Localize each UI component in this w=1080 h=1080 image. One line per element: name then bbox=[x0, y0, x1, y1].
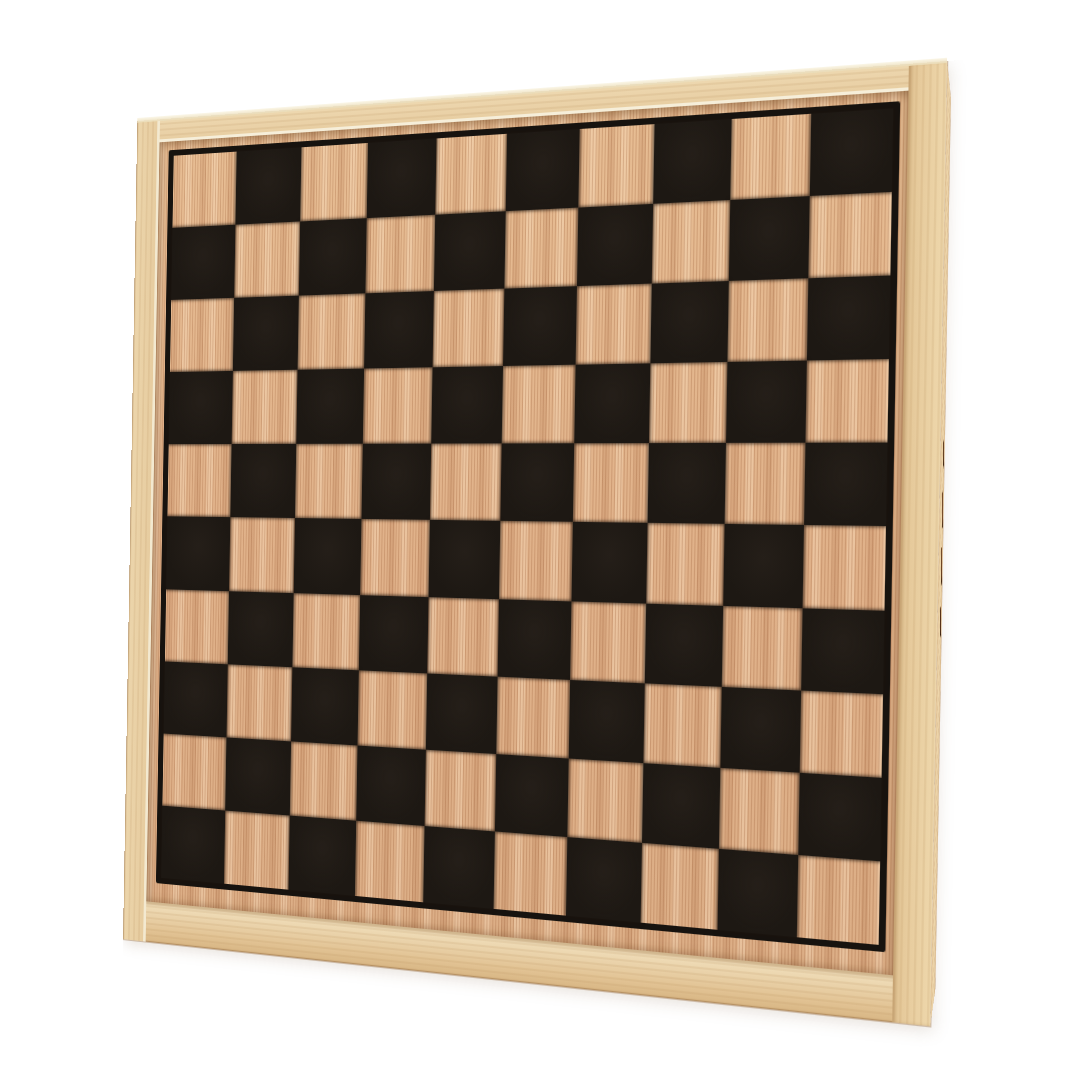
board-square[interactable] bbox=[360, 519, 430, 596]
board-square[interactable] bbox=[807, 276, 890, 361]
board-square[interactable] bbox=[722, 605, 803, 690]
board-square[interactable] bbox=[577, 204, 653, 286]
board-square[interactable] bbox=[810, 108, 893, 196]
board-square[interactable] bbox=[288, 815, 356, 895]
board-square[interactable] bbox=[356, 745, 426, 826]
board-square[interactable] bbox=[499, 521, 573, 601]
board-square[interactable] bbox=[650, 281, 728, 363]
board-square[interactable] bbox=[165, 589, 229, 664]
board-square[interactable] bbox=[571, 522, 647, 603]
board-square[interactable] bbox=[367, 138, 437, 218]
wooden-tray-board bbox=[179, 97, 951, 991]
handle-cutout bbox=[939, 418, 944, 671]
product-photo-scene bbox=[0, 0, 1080, 1080]
board-square[interactable] bbox=[718, 849, 799, 937]
board-square[interactable] bbox=[298, 294, 366, 371]
board-square[interactable] bbox=[496, 676, 570, 758]
board-square[interactable] bbox=[235, 147, 301, 224]
board-square[interactable] bbox=[228, 591, 294, 667]
board-square[interactable] bbox=[578, 124, 654, 208]
board-square[interactable] bbox=[504, 208, 578, 289]
board-square[interactable] bbox=[566, 837, 642, 923]
board-square[interactable] bbox=[161, 806, 225, 884]
checkerboard-grid bbox=[161, 108, 893, 945]
board-square[interactable] bbox=[365, 215, 435, 294]
painted-border bbox=[156, 101, 900, 952]
board-square[interactable] bbox=[723, 524, 804, 607]
board-square[interactable] bbox=[226, 664, 292, 741]
board-square[interactable] bbox=[162, 733, 226, 810]
board-square[interactable] bbox=[725, 443, 806, 525]
board-square[interactable] bbox=[719, 768, 800, 855]
board-square[interactable] bbox=[495, 754, 569, 837]
board-square[interactable] bbox=[358, 670, 428, 750]
board-square[interactable] bbox=[300, 143, 368, 222]
board-square[interactable] bbox=[232, 370, 298, 444]
board-square[interactable] bbox=[423, 826, 495, 909]
board-square[interactable] bbox=[229, 518, 295, 593]
board-square[interactable] bbox=[808, 192, 891, 278]
board-square[interactable] bbox=[500, 444, 574, 523]
board-square[interactable] bbox=[291, 667, 359, 745]
board-square[interactable] bbox=[355, 821, 425, 903]
board-square[interactable] bbox=[429, 520, 501, 598]
board-square[interactable] bbox=[729, 196, 810, 281]
board-square[interactable] bbox=[299, 218, 367, 296]
board-square[interactable] bbox=[798, 773, 881, 862]
board-square[interactable] bbox=[292, 593, 360, 670]
board-square[interactable] bbox=[167, 444, 231, 517]
board-square[interactable] bbox=[435, 134, 507, 215]
board-square[interactable] bbox=[804, 443, 887, 527]
board-square[interactable] bbox=[573, 443, 649, 523]
board-square[interactable] bbox=[364, 291, 434, 369]
board-square[interactable] bbox=[294, 518, 362, 594]
tray-front-face bbox=[123, 61, 947, 1026]
board-square[interactable] bbox=[643, 683, 721, 768]
board-square[interactable] bbox=[502, 365, 576, 444]
board-square[interactable] bbox=[730, 114, 811, 200]
board-square[interactable] bbox=[503, 286, 577, 366]
board-square[interactable] bbox=[652, 200, 731, 284]
board-square[interactable] bbox=[805, 359, 888, 443]
board-square[interactable] bbox=[290, 741, 358, 820]
board-square[interactable] bbox=[494, 831, 568, 915]
board-surface bbox=[146, 91, 908, 976]
board-square[interactable] bbox=[230, 444, 296, 518]
board-square[interactable] bbox=[567, 758, 643, 842]
board-square[interactable] bbox=[166, 517, 230, 591]
board-square[interactable] bbox=[430, 444, 502, 522]
board-square[interactable] bbox=[649, 362, 727, 443]
board-square[interactable] bbox=[169, 371, 233, 444]
board-square[interactable] bbox=[720, 687, 801, 773]
board-square[interactable] bbox=[170, 298, 234, 372]
board-square[interactable] bbox=[570, 601, 646, 683]
board-square[interactable] bbox=[576, 284, 652, 365]
board-square[interactable] bbox=[641, 843, 719, 930]
board-square[interactable] bbox=[569, 680, 645, 763]
board-square[interactable] bbox=[726, 361, 807, 444]
board-square[interactable] bbox=[224, 810, 290, 889]
board-square[interactable] bbox=[574, 364, 650, 444]
board-square[interactable] bbox=[233, 296, 299, 371]
board-square[interactable] bbox=[359, 595, 429, 673]
board-square[interactable] bbox=[363, 368, 433, 445]
board-square[interactable] bbox=[234, 222, 300, 298]
board-square[interactable] bbox=[171, 225, 235, 300]
board-square[interactable] bbox=[801, 608, 884, 694]
board-square[interactable] bbox=[295, 444, 363, 519]
board-square[interactable] bbox=[642, 763, 720, 849]
board-square[interactable] bbox=[225, 737, 291, 815]
board-square[interactable] bbox=[433, 289, 505, 368]
board-square[interactable] bbox=[803, 525, 886, 610]
board-square[interactable] bbox=[434, 211, 506, 291]
board-square[interactable] bbox=[164, 661, 228, 737]
board-square[interactable] bbox=[506, 129, 580, 211]
board-square[interactable] bbox=[426, 673, 498, 754]
board-square[interactable] bbox=[645, 603, 723, 686]
board-square[interactable] bbox=[646, 523, 724, 605]
board-square[interactable] bbox=[498, 599, 572, 680]
board-square[interactable] bbox=[172, 152, 236, 228]
board-square[interactable] bbox=[797, 855, 880, 945]
board-square[interactable] bbox=[800, 690, 883, 777]
board-square[interactable] bbox=[727, 278, 808, 362]
board-square[interactable] bbox=[427, 597, 499, 677]
board-square[interactable] bbox=[296, 369, 364, 444]
board-square[interactable] bbox=[361, 444, 431, 520]
board-square[interactable] bbox=[431, 366, 503, 444]
board-square[interactable] bbox=[425, 750, 497, 832]
board-square[interactable] bbox=[653, 119, 732, 204]
board-square[interactable] bbox=[648, 443, 726, 524]
